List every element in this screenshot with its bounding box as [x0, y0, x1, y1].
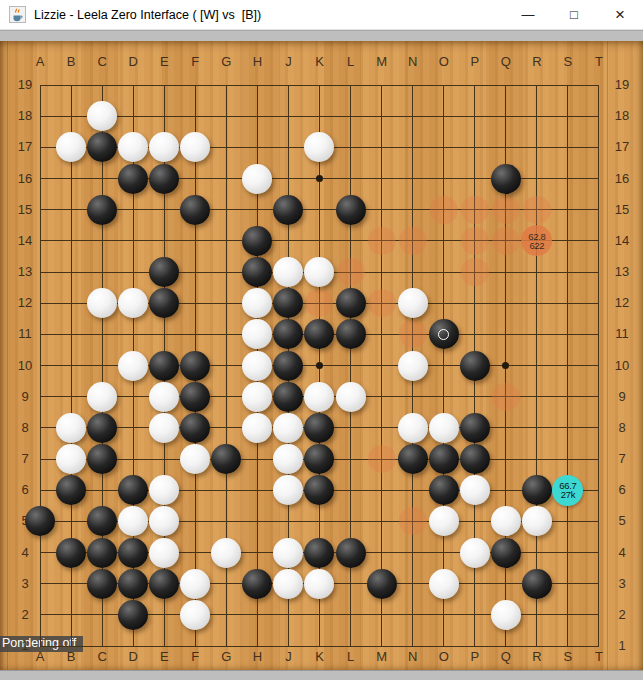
white-stone	[87, 101, 117, 131]
last-move-marker	[438, 329, 449, 340]
candidate-move[interactable]	[461, 196, 489, 224]
black-stone	[87, 506, 117, 536]
white-stone	[180, 569, 210, 599]
candidate-move[interactable]	[368, 289, 396, 317]
white-stone	[118, 132, 148, 162]
white-stone	[273, 475, 303, 505]
white-stone	[304, 257, 334, 287]
black-stone	[491, 164, 521, 194]
coord-label: K	[308, 649, 330, 665]
board-edge-seam	[607, 41, 608, 670]
white-stone	[180, 600, 210, 630]
white-stone	[149, 475, 179, 505]
coord-label: 9	[14, 389, 36, 405]
white-stone	[460, 538, 490, 568]
coord-label: P	[464, 54, 486, 70]
white-stone	[87, 382, 117, 412]
coord-label: 18	[14, 108, 36, 124]
alt-move-suggestion[interactable]: 62.8622	[521, 225, 552, 256]
candidate-move[interactable]	[461, 258, 489, 286]
black-stone	[118, 538, 148, 568]
coord-label: J	[277, 649, 299, 665]
coord-label: 16	[14, 171, 36, 187]
white-stone	[180, 444, 210, 474]
coord-label: 2	[14, 607, 36, 623]
grid-line	[567, 85, 568, 647]
black-stone	[336, 195, 366, 225]
black-stone	[87, 195, 117, 225]
coord-label: 3	[14, 576, 36, 592]
white-stone	[273, 257, 303, 287]
black-stone	[87, 569, 117, 599]
black-stone	[304, 538, 334, 568]
coord-label: 8	[14, 420, 36, 436]
candidate-move[interactable]	[492, 383, 520, 411]
coord-label: L	[340, 649, 362, 665]
black-stone	[180, 351, 210, 381]
star-point	[316, 175, 323, 182]
coord-label: 12	[14, 295, 36, 311]
white-stone	[56, 413, 86, 443]
grid-line	[40, 646, 600, 647]
white-stone	[242, 351, 272, 381]
window-title: Lizzie - Leela Zero Interface ( [W] vs […	[34, 8, 505, 22]
black-stone	[336, 538, 366, 568]
coord-label: G	[215, 54, 237, 70]
coord-label: 6	[611, 482, 633, 498]
coord-label: 19	[14, 77, 36, 93]
black-stone	[87, 538, 117, 568]
coord-label: 7	[611, 451, 633, 467]
grid-line	[536, 85, 537, 647]
coord-label: 19	[611, 77, 633, 93]
candidate-move[interactable]	[399, 320, 427, 348]
window-frame-strip-bottom	[0, 670, 643, 680]
board-edge-seam	[7, 41, 8, 670]
white-stone	[522, 506, 552, 536]
candidate-move[interactable]	[368, 445, 396, 473]
white-stone	[149, 538, 179, 568]
white-stone	[56, 444, 86, 474]
close-button[interactable]: ×	[597, 0, 643, 30]
white-stone	[491, 600, 521, 630]
black-stone	[242, 226, 272, 256]
white-stone	[118, 288, 148, 318]
visits-label: 622	[529, 241, 544, 250]
coord-label: 3	[611, 576, 633, 592]
coord-label: 10	[611, 358, 633, 374]
grid-line	[443, 85, 444, 647]
black-stone	[336, 319, 366, 349]
white-stone	[304, 569, 334, 599]
black-stone	[180, 382, 210, 412]
coord-label: B	[60, 649, 82, 665]
coord-label: E	[153, 54, 175, 70]
candidate-move[interactable]	[492, 227, 520, 255]
black-stone	[491, 538, 521, 568]
coord-label: 11	[611, 326, 633, 342]
black-stone	[304, 319, 334, 349]
coord-label: H	[246, 54, 268, 70]
candidate-move[interactable]	[368, 227, 396, 255]
black-stone	[87, 444, 117, 474]
black-stone	[118, 475, 148, 505]
black-stone	[429, 444, 459, 474]
black-stone	[273, 319, 303, 349]
coord-label: 17	[14, 139, 36, 155]
coord-label: 1	[611, 638, 633, 654]
white-stone	[180, 132, 210, 162]
black-stone	[336, 288, 366, 318]
coord-label: N	[402, 649, 424, 665]
black-stone	[149, 351, 179, 381]
white-stone	[429, 413, 459, 443]
candidate-move[interactable]	[399, 227, 427, 255]
coord-label: C	[91, 54, 113, 70]
grid-line	[40, 85, 41, 647]
black-stone	[273, 382, 303, 412]
coord-label: 11	[14, 326, 36, 342]
coord-label: 10	[14, 358, 36, 374]
black-stone	[87, 413, 117, 443]
coord-label: 17	[611, 139, 633, 155]
candidate-move[interactable]	[305, 289, 333, 317]
coord-label: Q	[495, 54, 517, 70]
white-stone	[273, 444, 303, 474]
black-stone	[118, 600, 148, 630]
coord-label: B	[60, 54, 82, 70]
coord-label: R	[526, 649, 548, 665]
coord-label: T	[588, 54, 610, 70]
coord-label: 14	[14, 233, 36, 249]
black-stone	[460, 444, 490, 474]
grid-line	[381, 85, 382, 647]
maximize-button[interactable]: □	[551, 0, 597, 30]
coord-label: 12	[611, 295, 633, 311]
candidate-move[interactable]	[430, 196, 458, 224]
coord-label: N	[402, 54, 424, 70]
coord-label: L	[340, 54, 362, 70]
white-stone	[242, 288, 272, 318]
coord-label: D	[122, 54, 144, 70]
white-stone	[398, 288, 428, 318]
coord-label: 4	[14, 545, 36, 561]
coord-label: 4	[611, 545, 633, 561]
grid-line	[598, 85, 599, 647]
coord-label: K	[308, 54, 330, 70]
coord-label: 6	[14, 482, 36, 498]
black-stone	[56, 538, 86, 568]
black-stone	[522, 569, 552, 599]
white-stone	[304, 132, 334, 162]
white-stone	[304, 382, 334, 412]
white-stone	[398, 351, 428, 381]
black-stone	[273, 288, 303, 318]
coord-label: 14	[611, 233, 633, 249]
coord-label: 16	[611, 171, 633, 187]
black-stone	[273, 351, 303, 381]
black-stone	[180, 195, 210, 225]
coord-label: 15	[14, 202, 36, 218]
white-stone	[242, 164, 272, 194]
white-stone	[242, 413, 272, 443]
black-stone	[149, 164, 179, 194]
black-stone	[87, 132, 117, 162]
black-stone	[460, 351, 490, 381]
candidate-move[interactable]	[461, 227, 489, 255]
coord-label: S	[557, 649, 579, 665]
coord-label: C	[91, 649, 113, 665]
black-stone	[304, 475, 334, 505]
black-stone	[460, 413, 490, 443]
black-stone	[118, 569, 148, 599]
visits-label: 27k	[561, 490, 575, 499]
black-stone	[429, 475, 459, 505]
white-stone	[242, 382, 272, 412]
black-stone	[180, 413, 210, 443]
coord-label: 2	[611, 607, 633, 623]
black-stone	[367, 569, 397, 599]
lizzie-window: Lizzie - Leela Zero Interface ( [W] vs […	[0, 0, 643, 680]
black-stone	[242, 257, 272, 287]
coord-label: F	[184, 54, 206, 70]
black-stone	[56, 475, 86, 505]
white-stone	[118, 351, 148, 381]
white-stone	[242, 319, 272, 349]
white-stone	[149, 132, 179, 162]
black-stone	[25, 506, 55, 536]
coord-label: T	[588, 649, 610, 665]
white-stone	[87, 288, 117, 318]
candidate-move[interactable]	[399, 507, 427, 535]
coord-label: R	[526, 54, 548, 70]
java-icon[interactable]	[9, 6, 26, 23]
window-frame-strip-top	[0, 30, 643, 41]
coord-label: A	[29, 54, 51, 70]
goban[interactable]: Pondering off AA1919BB1818CC1717DD1616EE…	[0, 41, 643, 670]
white-stone	[336, 382, 366, 412]
coord-label: 5	[611, 513, 633, 529]
white-stone	[429, 569, 459, 599]
white-stone	[398, 413, 428, 443]
coord-label: 13	[611, 264, 633, 280]
candidate-move[interactable]	[492, 196, 520, 224]
white-stone	[491, 506, 521, 536]
coord-label: 9	[611, 389, 633, 405]
black-stone	[398, 444, 428, 474]
coord-label: E	[153, 649, 175, 665]
black-stone	[149, 569, 179, 599]
star-point	[316, 362, 323, 369]
coord-label: 8	[611, 420, 633, 436]
black-stone	[304, 444, 334, 474]
black-stone	[211, 444, 241, 474]
white-stone	[429, 506, 459, 536]
black-stone	[118, 164, 148, 194]
white-stone	[149, 382, 179, 412]
white-stone	[460, 475, 490, 505]
black-stone	[273, 195, 303, 225]
coord-label: O	[433, 54, 455, 70]
coord-label: S	[557, 54, 579, 70]
coord-label: 7	[14, 451, 36, 467]
white-stone	[149, 413, 179, 443]
coord-label: 18	[611, 108, 633, 124]
candidate-move[interactable]	[523, 196, 551, 224]
white-stone	[273, 569, 303, 599]
white-stone	[56, 132, 86, 162]
white-stone	[273, 413, 303, 443]
black-stone	[522, 475, 552, 505]
black-stone	[149, 257, 179, 287]
coord-label: M	[371, 54, 393, 70]
candidate-move[interactable]	[337, 258, 365, 286]
minimize-button[interactable]: —	[505, 0, 551, 30]
coord-label: D	[122, 649, 144, 665]
coord-label: F	[184, 649, 206, 665]
white-stone	[273, 538, 303, 568]
coord-label: H	[246, 649, 268, 665]
black-stone	[304, 413, 334, 443]
best-move-suggestion[interactable]: 66.727k	[552, 475, 583, 506]
coord-label: G	[215, 649, 237, 665]
coord-label: J	[277, 54, 299, 70]
coord-label: 15	[611, 202, 633, 218]
black-stone	[149, 288, 179, 318]
coord-label: 1	[14, 638, 36, 654]
white-stone	[211, 538, 241, 568]
white-stone	[149, 506, 179, 536]
coord-label: P	[464, 649, 486, 665]
coord-label: O	[433, 649, 455, 665]
star-point	[502, 362, 509, 369]
coord-label: Q	[495, 649, 517, 665]
title-bar: Lizzie - Leela Zero Interface ( [W] vs […	[0, 0, 643, 30]
coord-label: M	[371, 649, 393, 665]
black-stone	[242, 569, 272, 599]
white-stone	[118, 506, 148, 536]
coord-label: 13	[14, 264, 36, 280]
